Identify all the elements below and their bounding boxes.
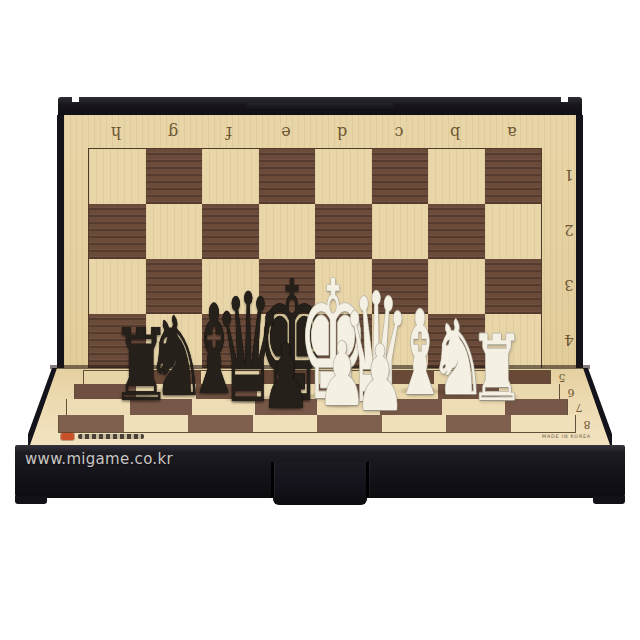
made-in-korea-text: MADE IN KOREA (542, 433, 590, 439)
file-label-b: b (440, 123, 470, 142)
square (202, 149, 259, 204)
square (372, 149, 429, 204)
square (89, 204, 146, 259)
rank-label-7: 7 (570, 401, 588, 414)
file-label-g: g (158, 123, 188, 142)
latch-notch-right (561, 96, 568, 102)
black-rook-glyph: ♜ (111, 316, 172, 416)
black-pawn-glyph: ♟ (261, 332, 311, 422)
file-label-c: c (384, 123, 414, 142)
case-foot-left (15, 496, 47, 504)
chess-set-product-photo: hgfedcba 1234 5678 MADE IN KOREA ♝♝♞♞♚♚♛… (0, 0, 640, 640)
square (259, 149, 316, 204)
drawer-latch (273, 462, 367, 505)
square (89, 149, 146, 204)
brand-logo-badge (61, 433, 74, 440)
square (315, 149, 372, 204)
square (372, 204, 429, 259)
white-rook-glyph: ♜ (469, 323, 524, 414)
square (202, 204, 259, 259)
rank-label-2: 2 (557, 221, 581, 239)
rank-label-8: 8 (578, 418, 596, 431)
latch-slit-right (366, 462, 369, 498)
case-foot-right (593, 496, 625, 504)
square (485, 259, 542, 314)
file-label-d: d (327, 123, 357, 142)
file-label-f: f (214, 123, 244, 142)
rank-label-5: 5 (553, 371, 571, 384)
file-label-h: h (101, 123, 131, 142)
rank-label-1: 1 (557, 166, 581, 184)
white-pawn-queenside-glyph: ♟ (355, 333, 406, 424)
square (485, 204, 542, 259)
square (428, 204, 485, 259)
file-label-e: e (271, 123, 301, 142)
embossed-brand-area (247, 103, 394, 111)
rank-label-6: 6 (562, 386, 580, 399)
square (146, 149, 203, 204)
latch-slit-left (271, 462, 274, 498)
latch-notch-left (72, 96, 79, 102)
file-label-a: a (497, 123, 527, 142)
case-front: www.migame.co.kr (15, 445, 625, 498)
rank-label-4: 4 (557, 331, 581, 349)
square (428, 149, 485, 204)
brand-text-stamp (78, 434, 144, 439)
rank-label-3: 3 (557, 276, 581, 294)
square (89, 259, 146, 314)
square (146, 204, 203, 259)
square (485, 149, 542, 204)
watermark-url: www.migame.co.kr (25, 450, 173, 468)
